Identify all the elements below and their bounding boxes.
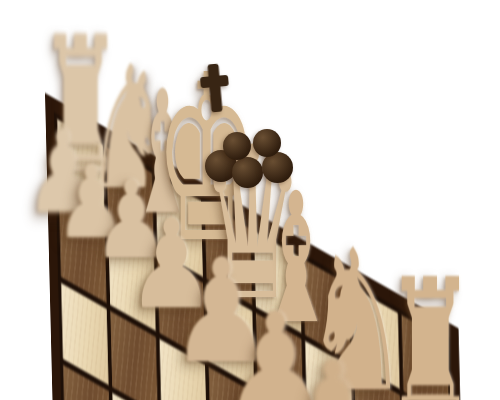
queen-crown-ball-1 [205,150,237,182]
queen-crown-ball-2 [232,157,263,188]
chess-board [45,93,475,400]
board-perspective-wrap [45,93,475,400]
board-square [402,315,449,400]
product-photo-scene: ♜♞♝♚♛♝♞♜♟♟♟♟♟♟♟ [0,0,500,400]
king-cross-finial [199,63,231,113]
king-cross-vertical-bar [207,64,222,113]
queen-crown-ball-3 [262,152,293,183]
king-cross-horizontal-bar [200,75,229,88]
queen-crown-ball-4 [223,132,251,160]
queen-crown-ball-5 [253,129,281,157]
